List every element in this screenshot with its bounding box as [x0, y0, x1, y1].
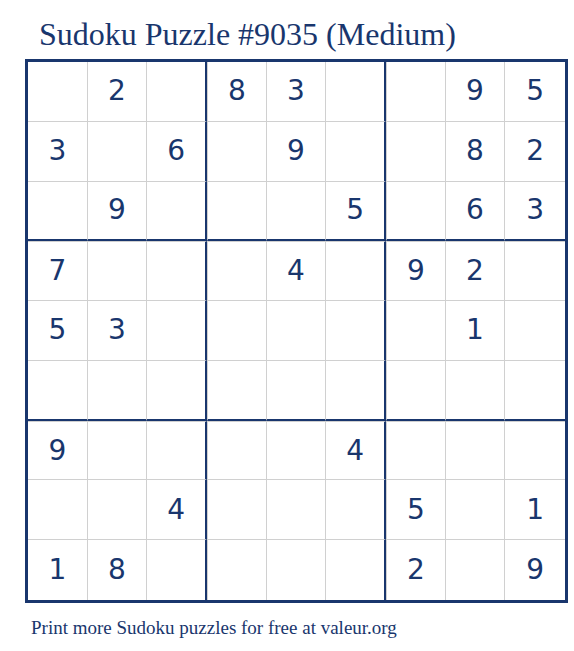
- cell-r6c5[interactable]: [267, 361, 327, 421]
- cell-r9c6[interactable]: [326, 540, 386, 600]
- cell-r3c1[interactable]: [28, 182, 88, 242]
- cell-r9c7[interactable]: 2: [386, 540, 446, 600]
- cell-r2c3[interactable]: 6: [147, 122, 207, 182]
- cell-r4c5[interactable]: 4: [267, 241, 327, 301]
- cell-r7c4[interactable]: [207, 421, 267, 481]
- cell-r2c5[interactable]: 9: [267, 122, 327, 182]
- sudoku-board: 283953698295637492531944511829: [25, 59, 568, 603]
- cell-r5c3[interactable]: [147, 301, 207, 361]
- cell-r2c1[interactable]: 3: [28, 122, 88, 182]
- cell-r2c8[interactable]: 8: [446, 122, 506, 182]
- cell-r7c6[interactable]: 4: [326, 421, 386, 481]
- cell-r7c9[interactable]: [505, 421, 565, 481]
- cell-r9c5[interactable]: [267, 540, 327, 600]
- cell-r4c2[interactable]: [88, 241, 148, 301]
- cell-r3c8[interactable]: 6: [446, 182, 506, 242]
- cell-r1c2[interactable]: 2: [88, 62, 148, 122]
- cell-r3c2[interactable]: 9: [88, 182, 148, 242]
- cell-r5c5[interactable]: [267, 301, 327, 361]
- cell-r9c1[interactable]: 1: [28, 540, 88, 600]
- cell-r5c9[interactable]: [505, 301, 565, 361]
- cell-r4c9[interactable]: [505, 241, 565, 301]
- cell-r9c4[interactable]: [207, 540, 267, 600]
- cell-r6c1[interactable]: [28, 361, 88, 421]
- cell-r9c8[interactable]: [446, 540, 506, 600]
- cell-r8c7[interactable]: 5: [386, 480, 446, 540]
- cell-r3c4[interactable]: [207, 182, 267, 242]
- cell-r3c3[interactable]: [147, 182, 207, 242]
- cell-r1c6[interactable]: [326, 62, 386, 122]
- cell-r9c2[interactable]: 8: [88, 540, 148, 600]
- cell-r6c4[interactable]: [207, 361, 267, 421]
- cell-r9c3[interactable]: [147, 540, 207, 600]
- cell-r8c6[interactable]: [326, 480, 386, 540]
- cell-r8c2[interactable]: [88, 480, 148, 540]
- cell-r2c7[interactable]: [386, 122, 446, 182]
- cell-r7c7[interactable]: [386, 421, 446, 481]
- cell-r6c9[interactable]: [505, 361, 565, 421]
- cell-r1c5[interactable]: 3: [267, 62, 327, 122]
- cell-r7c5[interactable]: [267, 421, 327, 481]
- cell-r1c9[interactable]: 5: [505, 62, 565, 122]
- cell-r3c5[interactable]: [267, 182, 327, 242]
- cell-r6c7[interactable]: [386, 361, 446, 421]
- cell-r2c6[interactable]: [326, 122, 386, 182]
- cell-r7c3[interactable]: [147, 421, 207, 481]
- cell-r4c3[interactable]: [147, 241, 207, 301]
- cell-r3c7[interactable]: [386, 182, 446, 242]
- cell-r1c7[interactable]: [386, 62, 446, 122]
- cell-r4c1[interactable]: 7: [28, 241, 88, 301]
- cell-r1c4[interactable]: 8: [207, 62, 267, 122]
- cell-r3c6[interactable]: 5: [326, 182, 386, 242]
- cell-r5c4[interactable]: [207, 301, 267, 361]
- cell-r2c9[interactable]: 2: [505, 122, 565, 182]
- cell-r7c8[interactable]: [446, 421, 506, 481]
- cell-r7c2[interactable]: [88, 421, 148, 481]
- cell-r8c9[interactable]: 1: [505, 480, 565, 540]
- cell-r5c6[interactable]: [326, 301, 386, 361]
- cell-r1c3[interactable]: [147, 62, 207, 122]
- cell-r1c1[interactable]: [28, 62, 88, 122]
- cell-r5c8[interactable]: 1: [446, 301, 506, 361]
- cell-r4c7[interactable]: 9: [386, 241, 446, 301]
- cell-r5c1[interactable]: 5: [28, 301, 88, 361]
- cell-r2c4[interactable]: [207, 122, 267, 182]
- cell-r3c9[interactable]: 3: [505, 182, 565, 242]
- cell-r6c8[interactable]: [446, 361, 506, 421]
- cell-r6c6[interactable]: [326, 361, 386, 421]
- cell-r4c8[interactable]: 2: [446, 241, 506, 301]
- cell-r5c7[interactable]: [386, 301, 446, 361]
- cell-r7c1[interactable]: 9: [28, 421, 88, 481]
- cell-r2c2[interactable]: [88, 122, 148, 182]
- cell-r6c2[interactable]: [88, 361, 148, 421]
- cell-r8c3[interactable]: 4: [147, 480, 207, 540]
- cell-r1c8[interactable]: 9: [446, 62, 506, 122]
- footer-text: Print more Sudoku puzzles for free at va…: [31, 618, 397, 637]
- cell-r8c8[interactable]: [446, 480, 506, 540]
- cell-r8c4[interactable]: [207, 480, 267, 540]
- cell-r4c6[interactable]: [326, 241, 386, 301]
- cell-r8c1[interactable]: [28, 480, 88, 540]
- cell-r8c5[interactable]: [267, 480, 327, 540]
- cell-r9c9[interactable]: 9: [505, 540, 565, 600]
- cell-r5c2[interactable]: 3: [88, 301, 148, 361]
- cell-r6c3[interactable]: [147, 361, 207, 421]
- cell-r4c4[interactable]: [207, 241, 267, 301]
- puzzle-title: Sudoku Puzzle #9035 (Medium): [39, 18, 456, 50]
